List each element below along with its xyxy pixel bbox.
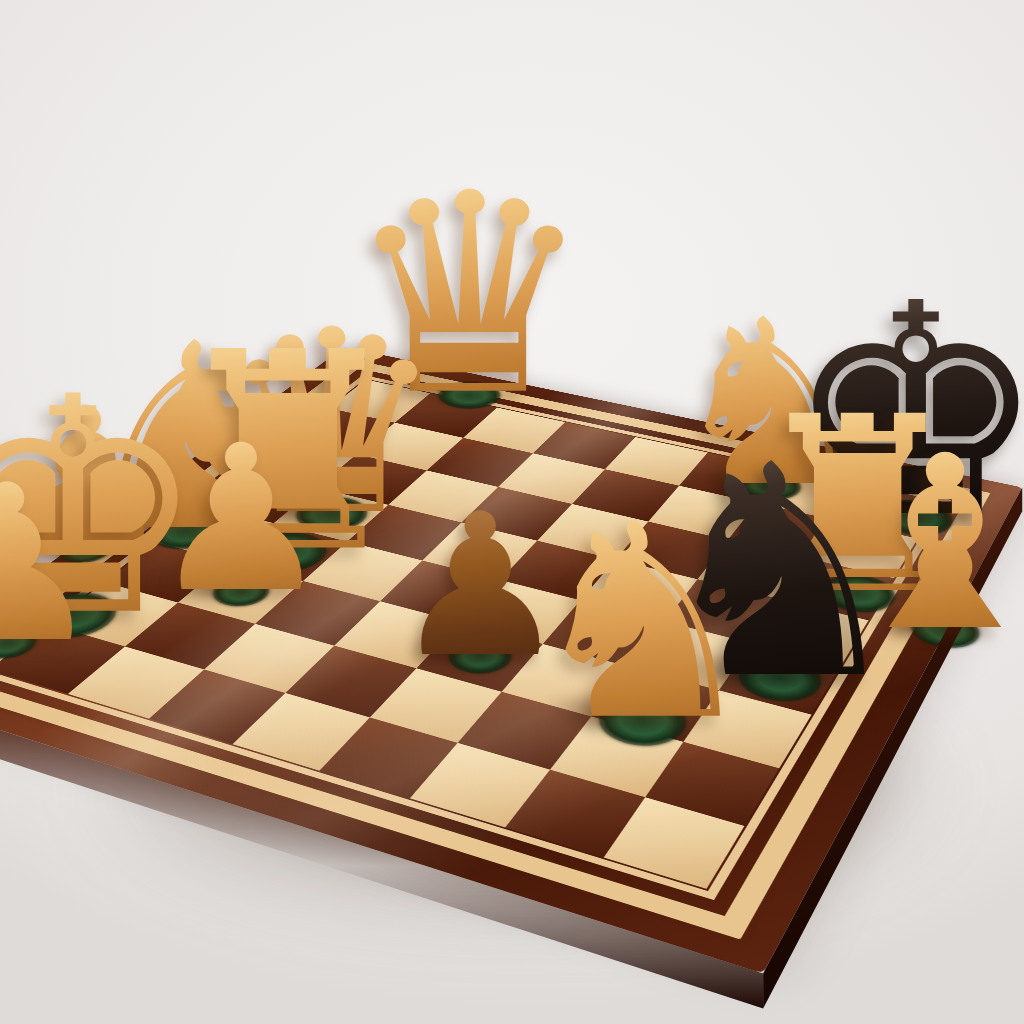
studio-scene: ♟♟♚♞♟♜♛♛♞♚♜♝♞♞♟ xyxy=(0,0,1024,1024)
